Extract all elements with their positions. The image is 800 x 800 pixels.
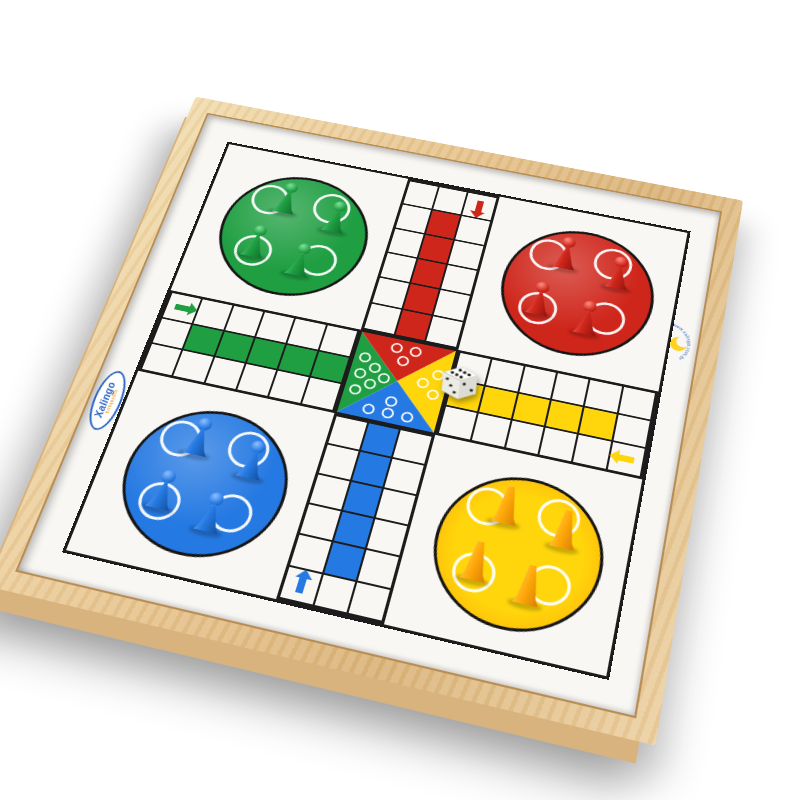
scene-perspective-wrapper: Xalingo brinquedos www.xalingo.com.br [0,97,743,746]
start-arrow-icon-yellow [618,454,635,463]
wooden-box: Xalingo brinquedos www.xalingo.com.br [0,97,743,746]
ludo-board: Xalingo brinquedos www.xalingo.com.br [18,114,720,715]
start-arrow-icon-red [475,201,484,213]
play-field [62,142,691,680]
start-arrow-icon-green [174,304,190,312]
track-cell[interactable] [425,315,464,348]
product-photo-background: { "game": "ludo", "position": { "all_paw… [0,0,800,800]
track-cell[interactable] [348,581,392,622]
track-cell[interactable] [572,434,612,470]
start-arrow-icon-blue [295,577,307,593]
dice[interactable] [437,362,481,403]
track-cell[interactable] [606,441,646,477]
